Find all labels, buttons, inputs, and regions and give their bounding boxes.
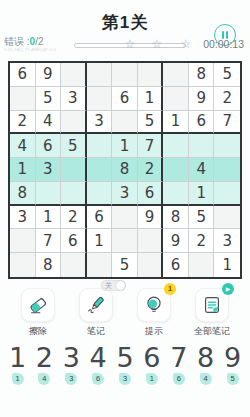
- cell-r5c6[interactable]: 2: [138, 158, 164, 182]
- cell-r6c6[interactable]: 6: [138, 182, 164, 206]
- cell-r1c7[interactable]: [163, 63, 189, 87]
- cell-r4c9[interactable]: [214, 134, 240, 158]
- errors-label: 错误 :: [4, 36, 30, 47]
- cell-r1c3[interactable]: [61, 63, 87, 87]
- cell-r9c7[interactable]: 6: [163, 253, 189, 277]
- numpad-key-7[interactable]: 76: [166, 345, 191, 385]
- cell-r8c9[interactable]: 3: [214, 229, 240, 253]
- numpad-digit: 8: [193, 345, 218, 371]
- notes-toggle-label: 关: [105, 281, 112, 291]
- cell-r5c3[interactable]: [61, 158, 87, 182]
- cell-r2c4[interactable]: [87, 87, 113, 111]
- all-notes-button[interactable]: ▶ 全部笔记: [186, 288, 238, 338]
- progress-bar: ☆ ☆ ☆: [74, 40, 186, 52]
- cell-r6c1[interactable]: 8: [10, 182, 36, 206]
- status-bar: 错误 :0/2 V-81-FAQ-TT-ABBQAT-0-0 ☆ ☆ ☆ 00:…: [0, 35, 250, 55]
- cell-r7c8[interactable]: 5: [189, 206, 215, 230]
- numpad-key-6[interactable]: 61: [139, 345, 164, 385]
- cell-r1c5[interactable]: [112, 63, 138, 87]
- numpad-digit: 5: [113, 345, 138, 371]
- cell-r9c4[interactable]: [87, 253, 113, 277]
- numpad-key-4[interactable]: 46: [86, 345, 111, 385]
- cell-r6c3[interactable]: [61, 182, 87, 206]
- numpad-digit: 6: [139, 345, 164, 371]
- numpad-key-1[interactable]: 11: [5, 345, 30, 385]
- cell-r8c4[interactable]: 1: [87, 229, 113, 253]
- cell-r2c5[interactable]: 6: [112, 87, 138, 111]
- errors-total: /2: [35, 36, 43, 47]
- numpad-key-9[interactable]: 95: [220, 345, 245, 385]
- cell-r4c5[interactable]: 1: [112, 134, 138, 158]
- cell-r3c8[interactable]: 6: [189, 111, 215, 135]
- remaining-count-badge: 3: [119, 373, 131, 385]
- cell-r4c1[interactable]: 4: [10, 134, 36, 158]
- cell-r2c7[interactable]: [163, 87, 189, 111]
- numpad-key-2[interactable]: 24: [32, 345, 57, 385]
- star-icon: ☆: [125, 38, 136, 50]
- cell-r3c1[interactable]: 2: [10, 111, 36, 135]
- cell-r9c6[interactable]: [138, 253, 164, 277]
- cell-r2c9[interactable]: 2: [214, 87, 240, 111]
- cell-r9c2[interactable]: 8: [36, 253, 62, 277]
- cell-r9c3[interactable]: [61, 253, 87, 277]
- remaining-count-badge: 6: [92, 373, 104, 385]
- all-notes-label: 全部笔记: [186, 325, 238, 338]
- cell-r3c7[interactable]: 1: [163, 111, 189, 135]
- cell-r7c4[interactable]: 6: [87, 206, 113, 230]
- cell-r4c6[interactable]: 7: [138, 134, 164, 158]
- cell-r7c9[interactable]: [214, 206, 240, 230]
- numpad-digit: 3: [59, 345, 84, 371]
- page-title: 第1关: [0, 12, 250, 34]
- cell-r9c5[interactable]: 5: [112, 253, 138, 277]
- toggle-knob-icon: [116, 281, 125, 290]
- cell-r7c6[interactable]: 9: [138, 206, 164, 230]
- pen-icon: [85, 294, 107, 316]
- numpad-digit: 9: [220, 345, 245, 371]
- remaining-count-badge: 1: [146, 373, 158, 385]
- cell-r6c8[interactable]: 1: [189, 182, 215, 206]
- numpad-key-8[interactable]: 84: [193, 345, 218, 385]
- cell-r3c6[interactable]: 5: [138, 111, 164, 135]
- cell-r1c8[interactable]: 8: [189, 63, 215, 87]
- cell-r6c9[interactable]: [214, 182, 240, 206]
- cell-r9c8[interactable]: [189, 253, 215, 277]
- cell-r2c8[interactable]: 9: [189, 87, 215, 111]
- cell-r6c2[interactable]: [36, 182, 62, 206]
- cell-r4c4[interactable]: [87, 134, 113, 158]
- remaining-count-badge: 3: [65, 373, 77, 385]
- number-pad: 112433465361768495: [0, 345, 250, 385]
- remaining-count-badge: 6: [173, 373, 185, 385]
- cell-r2c2[interactable]: 5: [36, 87, 62, 111]
- cell-r3c5[interactable]: [112, 111, 138, 135]
- cell-r8c5[interactable]: [112, 229, 138, 253]
- cell-r4c8[interactable]: [189, 134, 215, 158]
- remaining-count-badge: 1: [12, 373, 24, 385]
- cell-r5c5[interactable]: 8: [112, 158, 138, 182]
- cell-r3c2[interactable]: 4: [36, 111, 62, 135]
- eraser-icon: [27, 294, 49, 316]
- remaining-count-badge: 4: [200, 373, 212, 385]
- timer: 00:00:13: [203, 38, 244, 50]
- numpad-key-5[interactable]: 53: [113, 345, 138, 385]
- erase-label: 擦除: [12, 325, 64, 338]
- cell-r5c7[interactable]: [163, 158, 189, 182]
- cell-r5c1[interactable]: 1: [10, 158, 36, 182]
- cell-r7c2[interactable]: 1: [36, 206, 62, 230]
- notes-button[interactable]: 关 笔记: [70, 288, 122, 338]
- cell-r5c8[interactable]: 4: [189, 158, 215, 182]
- cell-r5c4[interactable]: [87, 158, 113, 182]
- cell-r3c9[interactable]: 7: [214, 111, 240, 135]
- cell-r8c2[interactable]: 7: [36, 229, 62, 253]
- numpad-digit: 2: [32, 345, 57, 371]
- numpad-digit: 7: [166, 345, 191, 371]
- cell-r1c2[interactable]: 9: [36, 63, 62, 87]
- cell-r2c6[interactable]: 1: [138, 87, 164, 111]
- remaining-count-badge: 4: [38, 373, 50, 385]
- cell-r1c6[interactable]: [138, 63, 164, 87]
- star-icon: ☆: [181, 38, 192, 50]
- cell-r6c7[interactable]: [163, 182, 189, 206]
- star-icon: ☆: [151, 38, 162, 50]
- cell-r1c1[interactable]: 6: [10, 63, 36, 87]
- remaining-count-badge: 5: [227, 373, 239, 385]
- cell-r1c9[interactable]: 5: [214, 63, 240, 87]
- error-counter: 错误 :0/2 V-81-FAQ-TT-ABBQAT-0-0: [4, 36, 56, 52]
- play-badge-icon: ▶: [222, 283, 234, 295]
- cell-r8c1[interactable]: [10, 229, 36, 253]
- hint-count-badge: 1: [164, 283, 176, 295]
- notepad-icon: [201, 294, 223, 316]
- notes-toggle[interactable]: 关: [101, 280, 126, 291]
- cell-r4c3[interactable]: 5: [61, 134, 87, 158]
- notes-label: 笔记: [70, 325, 122, 338]
- hint-label: 提示: [128, 325, 180, 338]
- cell-r7c1[interactable]: 3: [10, 206, 36, 230]
- numpad-key-3[interactable]: 33: [59, 345, 84, 385]
- cell-r3c3[interactable]: [61, 111, 87, 135]
- numpad-digit: 4: [86, 345, 111, 371]
- cell-r7c5[interactable]: [112, 206, 138, 230]
- cell-r7c3[interactable]: 2: [61, 206, 87, 230]
- cell-r8c6[interactable]: [138, 229, 164, 253]
- cell-r5c9[interactable]: [214, 158, 240, 182]
- cell-r4c2[interactable]: 6: [36, 134, 62, 158]
- numpad-digit: 1: [5, 345, 30, 371]
- cell-r2c1[interactable]: [10, 87, 36, 111]
- hint-button[interactable]: 1 提示: [128, 288, 180, 338]
- cell-r2c3[interactable]: 3: [61, 87, 87, 111]
- toolbar: 擦除 关 笔记 1 提示 ▶: [0, 288, 250, 338]
- cell-r5c2[interactable]: 3: [36, 158, 62, 182]
- cell-r9c1[interactable]: [10, 253, 36, 277]
- cell-r8c7[interactable]: 9: [163, 229, 189, 253]
- bulb-icon: [143, 294, 165, 316]
- sudoku-board: 6985536192243516746517138248361312698576…: [8, 61, 242, 279]
- cell-r8c8[interactable]: 2: [189, 229, 215, 253]
- cell-r7c7[interactable]: 8: [163, 206, 189, 230]
- erase-button[interactable]: 擦除: [12, 288, 64, 338]
- debug-text: V-81-FAQ-TT-ABBQAT-0-0: [4, 47, 56, 52]
- cell-r9c9[interactable]: 1: [214, 253, 240, 277]
- cell-r8c3[interactable]: 6: [61, 229, 87, 253]
- cell-r3c4[interactable]: 3: [87, 111, 113, 135]
- cell-r4c7[interactable]: [163, 134, 189, 158]
- cell-r6c4[interactable]: [87, 182, 113, 206]
- cell-r6c5[interactable]: 3: [112, 182, 138, 206]
- cell-r1c4[interactable]: [87, 63, 113, 87]
